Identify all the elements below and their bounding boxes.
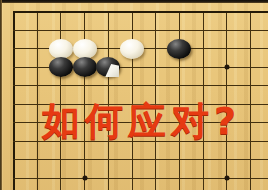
star-point (224, 176, 229, 181)
grid-line-vertical (13, 11, 15, 191)
grid-line-horizontal (13, 159, 269, 160)
go-board[interactable]: 如何应对? (0, 0, 268, 190)
stone-white (49, 39, 73, 59)
grid-line-vertical (250, 11, 251, 191)
frame-top-edge (0, 0, 268, 3)
stone-white (73, 39, 97, 59)
stone-black (167, 39, 191, 59)
star-point (224, 65, 229, 70)
star-point (82, 176, 87, 181)
stone-black (49, 57, 73, 77)
grid-line-horizontal (13, 85, 269, 86)
grid-line-vertical (37, 11, 38, 191)
stone-white (120, 39, 144, 59)
frame-left-edge (0, 0, 2, 190)
grid-line-horizontal (13, 30, 269, 31)
stone-black (96, 57, 120, 77)
caption-text: 如何应对? (42, 101, 241, 141)
grid-line-horizontal (13, 11, 269, 13)
last-move-marker (105, 64, 119, 77)
grid-line-horizontal (13, 178, 269, 179)
stone-black (73, 57, 97, 77)
